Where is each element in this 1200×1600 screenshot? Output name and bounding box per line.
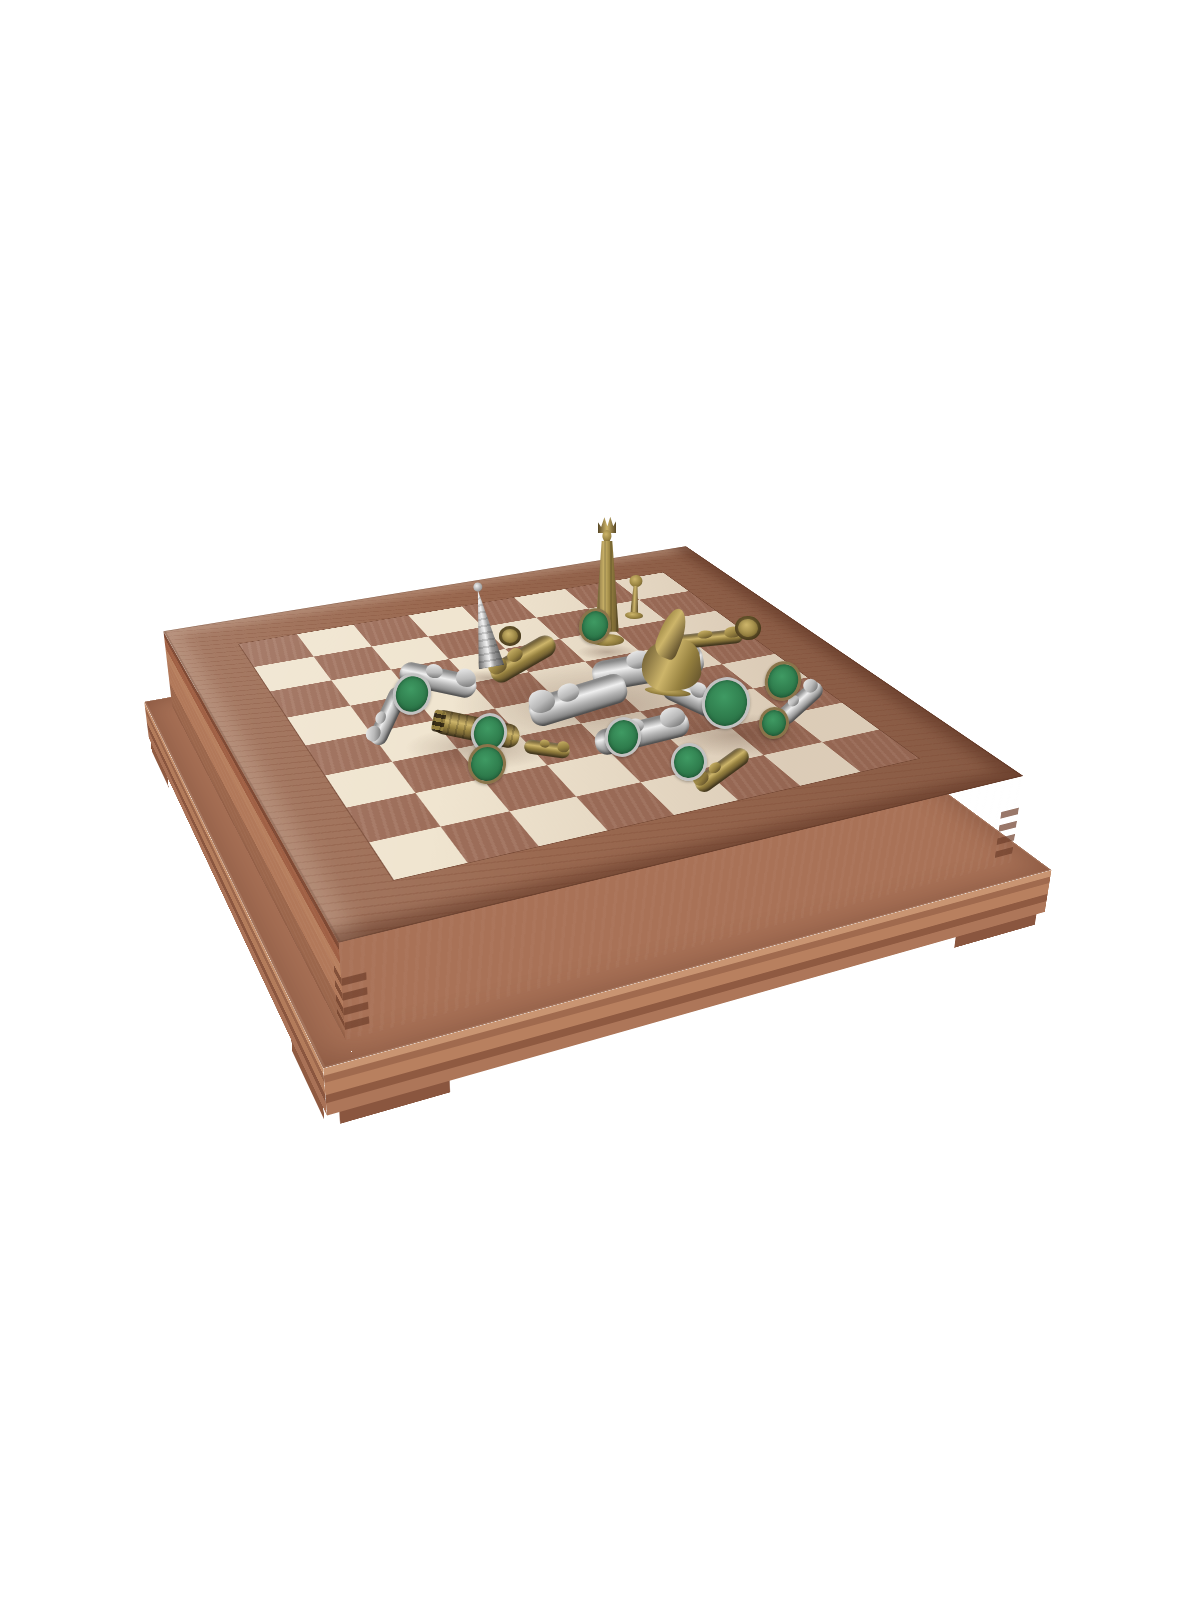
spire-cone	[465, 588, 504, 670]
brass-base-ring	[499, 626, 521, 646]
product-photo	[0, 0, 1200, 1600]
silver-spire-rook	[460, 580, 508, 671]
king-head	[602, 530, 611, 542]
spire-tip	[472, 582, 482, 592]
pieces-layer	[0, 0, 1200, 1600]
pawn-base	[625, 612, 643, 620]
standing-brass-pawn	[623, 574, 647, 619]
brass-knight	[636, 605, 709, 699]
pawn-column	[630, 585, 639, 613]
